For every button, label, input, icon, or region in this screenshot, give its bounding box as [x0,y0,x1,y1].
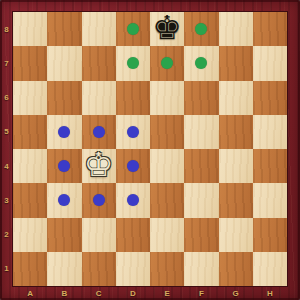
chess-app: ♚♚ 87654321 ABCDEFGH [0,0,300,300]
square-e3[interactable] [150,183,184,217]
file-label-a: A [13,286,47,300]
rank-label-2: 2 [0,218,13,252]
square-b7[interactable] [47,46,81,80]
rank-label-4: 4 [0,149,13,183]
square-d6[interactable] [116,81,150,115]
blue-move-hint-dot[interactable] [58,126,70,138]
green-move-hint-dot[interactable] [127,23,139,35]
square-g6[interactable] [219,81,253,115]
square-f7[interactable] [184,46,218,80]
square-b1[interactable] [47,252,81,286]
square-d1[interactable] [116,252,150,286]
square-c2[interactable] [82,218,116,252]
file-label-c: C [82,286,116,300]
square-f1[interactable] [184,252,218,286]
square-g8[interactable] [219,12,253,46]
square-a5[interactable] [13,115,47,149]
square-h8[interactable] [253,12,287,46]
square-e5[interactable] [150,115,184,149]
square-g7[interactable] [219,46,253,80]
square-e6[interactable] [150,81,184,115]
rank-label-8: 8 [0,12,13,46]
square-e2[interactable] [150,218,184,252]
rank-label-3: 3 [0,183,13,217]
black-king[interactable]: ♚ [152,11,182,45]
square-e8[interactable]: ♚ [150,12,184,46]
square-d5[interactable] [116,115,150,149]
square-f2[interactable] [184,218,218,252]
rank-label-7: 7 [0,46,13,80]
square-b8[interactable] [47,12,81,46]
file-label-f: F [184,286,218,300]
square-a4[interactable] [13,149,47,183]
square-f6[interactable] [184,81,218,115]
square-b3[interactable] [47,183,81,217]
square-a8[interactable] [13,12,47,46]
square-e4[interactable] [150,149,184,183]
square-h4[interactable] [253,149,287,183]
blue-move-hint-dot[interactable] [127,126,139,138]
square-h7[interactable] [253,46,287,80]
square-b5[interactable] [47,115,81,149]
file-label-b: B [47,286,81,300]
square-d3[interactable] [116,183,150,217]
file-label-e: E [150,286,184,300]
square-d4[interactable] [116,149,150,183]
white-king[interactable]: ♚ [84,148,114,182]
rank-labels: 87654321 [0,12,13,286]
blue-move-hint-dot[interactable] [58,160,70,172]
square-b2[interactable] [47,218,81,252]
square-c5[interactable] [82,115,116,149]
square-g5[interactable] [219,115,253,149]
square-f4[interactable] [184,149,218,183]
square-a7[interactable] [13,46,47,80]
square-c1[interactable] [82,252,116,286]
square-f5[interactable] [184,115,218,149]
square-c7[interactable] [82,46,116,80]
square-h1[interactable] [253,252,287,286]
green-move-hint-dot[interactable] [195,57,207,69]
green-move-hint-dot[interactable] [195,23,207,35]
square-a1[interactable] [13,252,47,286]
square-e7[interactable] [150,46,184,80]
square-f8[interactable] [184,12,218,46]
square-f3[interactable] [184,183,218,217]
square-d2[interactable] [116,218,150,252]
square-h6[interactable] [253,81,287,115]
blue-move-hint-dot[interactable] [93,194,105,206]
file-label-d: D [116,286,150,300]
square-b4[interactable] [47,149,81,183]
square-c6[interactable] [82,81,116,115]
blue-move-hint-dot[interactable] [93,126,105,138]
square-e1[interactable] [150,252,184,286]
green-move-hint-dot[interactable] [161,57,173,69]
square-d8[interactable] [116,12,150,46]
blue-move-hint-dot[interactable] [127,194,139,206]
rank-label-1: 1 [0,252,13,286]
square-d7[interactable] [116,46,150,80]
square-h2[interactable] [253,218,287,252]
square-c3[interactable] [82,183,116,217]
blue-move-hint-dot[interactable] [58,194,70,206]
square-b6[interactable] [47,81,81,115]
rank-label-5: 5 [0,115,13,149]
square-g2[interactable] [219,218,253,252]
square-g3[interactable] [219,183,253,217]
file-label-h: H [253,286,287,300]
square-c4[interactable]: ♚ [82,149,116,183]
file-label-g: G [219,286,253,300]
square-a3[interactable] [13,183,47,217]
blue-move-hint-dot[interactable] [127,160,139,172]
square-g4[interactable] [219,149,253,183]
file-labels: ABCDEFGH [13,286,287,300]
square-h3[interactable] [253,183,287,217]
square-g1[interactable] [219,252,253,286]
square-c8[interactable] [82,12,116,46]
square-a2[interactable] [13,218,47,252]
chess-board: ♚♚ [13,12,287,286]
green-move-hint-dot[interactable] [127,57,139,69]
square-a6[interactable] [13,81,47,115]
square-h5[interactable] [253,115,287,149]
rank-label-6: 6 [0,81,13,115]
